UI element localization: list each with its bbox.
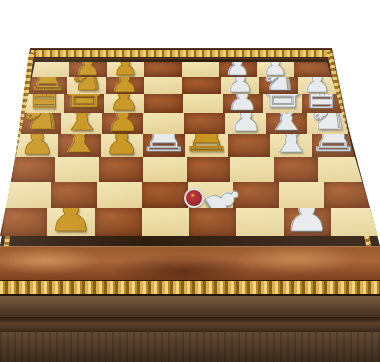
square-b4: ♝	[58, 134, 100, 157]
square-a7: ♜	[29, 77, 67, 94]
square-d6	[144, 94, 184, 113]
square-h7: ♟	[298, 77, 336, 94]
chess-scene: ♟♟♟♟♜♞♟♟♞♟♛♚♟♟♚♛♞♝♟♟♝♞♟♝♟♜♜♝♜♟✶♟♟	[0, 0, 380, 362]
square-a2	[6, 182, 52, 208]
square-h2	[324, 182, 370, 208]
red-felt-base: ✶	[184, 188, 204, 208]
square-d3	[143, 157, 187, 182]
square-b3	[55, 157, 99, 182]
square-g2	[279, 182, 325, 208]
square-c5: ♟	[102, 113, 143, 134]
board-row-rank-6: ♛♚♟♟♚♛	[25, 94, 342, 113]
square-f6: ♟	[223, 94, 263, 113]
board-row-rank-2: ♟✶	[6, 182, 370, 208]
square-d7	[144, 77, 182, 94]
square-e3	[187, 157, 231, 182]
board-row-rank-5: ♞♝♟♟♝♞	[21, 113, 349, 134]
square-e8	[182, 62, 219, 77]
square-a3	[11, 157, 55, 182]
square-a1	[0, 208, 47, 236]
square-f7: ♟	[221, 77, 259, 94]
square-h4: ♜	[312, 134, 354, 157]
square-d8	[144, 62, 181, 77]
square-f3	[230, 157, 274, 182]
gold-rope-trim-near	[0, 280, 380, 296]
square-g3	[274, 157, 318, 182]
pedestal-molding-lower	[0, 317, 380, 332]
square-b8: ♟	[69, 62, 106, 77]
square-h6: ♛	[302, 94, 342, 113]
pedestal-burl-band	[0, 246, 380, 281]
square-h3	[318, 157, 362, 182]
board-row-rank-1: ♟♟	[0, 208, 378, 236]
square-a8	[32, 62, 69, 77]
square-e2: ♟✶	[188, 182, 234, 208]
square-e4: ♜	[185, 134, 227, 157]
square-c7: ♟	[106, 77, 144, 94]
square-g8: ♟	[257, 62, 294, 77]
square-b5: ♝	[61, 113, 102, 134]
gold-rope-trim-far	[31, 49, 331, 58]
square-a4: ♟	[16, 134, 58, 157]
square-c3	[99, 157, 143, 182]
square-g5: ♝	[266, 113, 307, 134]
square-d1	[142, 208, 189, 236]
square-h5: ♞	[307, 113, 348, 134]
square-c1	[95, 208, 142, 236]
square-e1	[189, 208, 236, 236]
square-e6	[183, 94, 223, 113]
gold-emblem-icon: ✶	[190, 193, 196, 200]
square-d4: ♜	[143, 134, 185, 157]
square-g4: ♝	[270, 134, 312, 157]
square-f1	[236, 208, 283, 236]
square-d5	[143, 113, 184, 134]
board-row-rank-3	[11, 157, 362, 182]
pedestal-front-face	[0, 332, 380, 362]
square-b7: ♞	[67, 77, 105, 94]
square-b2	[51, 182, 97, 208]
board-row-rank-7: ♜♞♟♟♞♟	[29, 77, 337, 94]
square-c6: ♟	[104, 94, 144, 113]
square-c2	[97, 182, 143, 208]
square-b1: ♟	[47, 208, 94, 236]
pedestal-molding-upper	[0, 295, 380, 317]
square-g6: ♚	[263, 94, 303, 113]
square-g7: ♞	[259, 77, 297, 94]
square-c8: ♟	[107, 62, 144, 77]
square-a5: ♞	[21, 113, 62, 134]
square-h1	[331, 208, 378, 236]
square-e7	[182, 77, 220, 94]
board-row-rank-8: ♟♟♟♟	[32, 62, 331, 77]
square-e5	[184, 113, 225, 134]
square-f5: ♟	[225, 113, 266, 134]
square-g1: ♟	[284, 208, 331, 236]
square-f8: ♟	[219, 62, 256, 77]
square-h8	[294, 62, 331, 77]
square-a6: ♛	[25, 94, 65, 113]
square-c4: ♟	[101, 134, 143, 157]
square-f4	[228, 134, 270, 157]
board-row-rank-4: ♟♝♟♜♜♝♜	[16, 134, 355, 157]
square-b6: ♚	[64, 94, 104, 113]
